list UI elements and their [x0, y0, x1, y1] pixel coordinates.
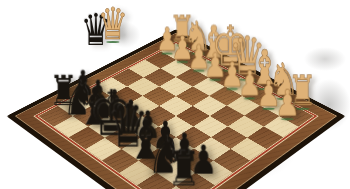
square-e3	[176, 87, 209, 106]
square-g3	[144, 69, 176, 87]
chess-board: ♜♞♝♛♚♝♞♜♟♟♟♟♟♟♟♟♟♟♟♟♟♟♟♟♜♞♝♛♚♝♞♜	[6, 29, 345, 189]
chess-set-photo: ♜♞♝♛♚♝♞♜♟♟♟♟♟♟♟♟♟♟♟♟♟♟♟♟♜♞♝♛♚♝♞♜ ♛ ♛	[0, 0, 350, 189]
extra-white-queen-piece: ♛	[98, 2, 129, 46]
white-pawn-piece: ♟	[274, 86, 299, 122]
black-rook-piece: ♜	[167, 146, 200, 189]
